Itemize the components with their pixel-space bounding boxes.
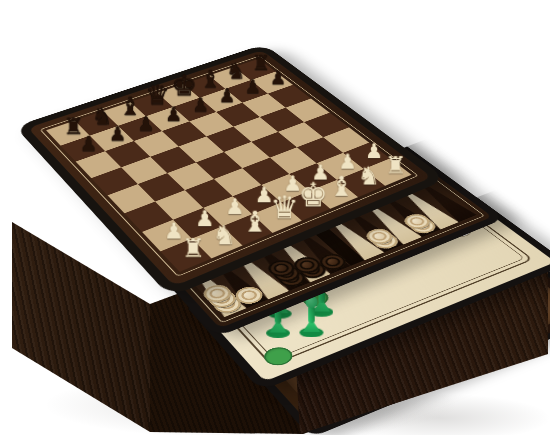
chess-square	[189, 112, 233, 136]
chess-piece-black-b: ♝	[118, 94, 140, 119]
chess-square	[234, 59, 275, 80]
chess-square	[251, 132, 297, 158]
peg-phead	[375, 157, 385, 167]
chess-square	[179, 136, 224, 162]
chess-square	[118, 116, 162, 141]
chess-square	[150, 146, 196, 173]
chess-piece-black-k: ♚	[171, 71, 197, 100]
chess-square	[192, 226, 242, 258]
chess-square	[337, 169, 385, 197]
peg-pskirt	[379, 168, 394, 179]
chess-square	[268, 85, 311, 108]
chess-square	[91, 167, 137, 195]
backgammon-point	[273, 152, 337, 197]
chess-square	[251, 72, 293, 94]
chess-piece-black-p: ♟	[269, 69, 286, 87]
die-top-face	[320, 217, 353, 225]
doubling-cube: 2 32	[333, 209, 354, 230]
ludo-peg-red	[369, 157, 389, 192]
chess-square	[297, 137, 343, 163]
chess-piece-white-n: ♞	[212, 222, 236, 249]
chess-square	[203, 196, 252, 226]
chess-piece-white-b: ♝	[241, 207, 267, 236]
backgammon-point	[185, 182, 248, 231]
backgammon-checker	[292, 146, 323, 163]
peg-phead	[427, 155, 437, 165]
chess-square	[233, 117, 278, 142]
chess-square	[225, 80, 267, 103]
chess-piece-white-p: ♟	[163, 220, 183, 242]
peg-pstem	[406, 161, 412, 177]
chess-piece-white-k: ♚	[298, 179, 328, 212]
chess-square	[199, 89, 242, 112]
chess-piece-black-p: ♟	[164, 105, 181, 124]
backgammon-point	[223, 169, 287, 216]
backgammon-point	[344, 128, 409, 170]
chess-square	[364, 158, 412, 185]
chess-square	[242, 94, 285, 117]
peg-pstem	[377, 164, 383, 180]
chess-square	[304, 113, 349, 138]
chess-piece-black-p: ♟	[244, 77, 261, 96]
chess-square	[103, 102, 146, 126]
chess-square	[222, 214, 272, 245]
chess-piece-white-n: ♞	[357, 164, 379, 189]
chess-piece-black-r: ♜	[63, 116, 83, 139]
backgammon-point	[326, 134, 391, 177]
chess-square	[162, 121, 206, 146]
chess-piece-black-p: ♟	[108, 124, 126, 144]
chess-square	[286, 99, 330, 123]
chess-square	[130, 93, 173, 116]
chess-piece-black-r: ♜	[251, 53, 270, 74]
chess-square	[270, 147, 317, 174]
chess-square	[233, 185, 281, 214]
chess-piece-black-n: ♞	[91, 105, 112, 128]
chess-square	[343, 143, 390, 169]
chess-square	[185, 179, 233, 208]
backgammon-point	[291, 146, 355, 190]
backgammon-point	[145, 195, 207, 245]
ludo-peg-red	[398, 154, 418, 189]
chess-square	[125, 202, 174, 232]
die-pip	[326, 228, 330, 232]
chess-square	[75, 111, 118, 135]
chess-piece-black-p: ♟	[218, 86, 235, 105]
chess-piece-white-r: ♜	[181, 236, 204, 262]
die-top-pip	[330, 218, 335, 221]
chess-square	[61, 136, 106, 162]
chess-square	[76, 151, 121, 178]
die-pip	[338, 228, 342, 232]
chess-square	[146, 107, 189, 131]
peg-pskirt	[401, 173, 416, 184]
peg-pstem	[383, 156, 388, 171]
peg-phead	[403, 154, 413, 164]
backgammon-checker	[296, 150, 327, 167]
chess-square	[173, 208, 222, 239]
chess-square	[209, 67, 251, 89]
backgammon-point	[255, 158, 319, 204]
chess-square	[309, 180, 358, 209]
chess-piece-white-p: ♟	[254, 184, 273, 205]
chess-square	[138, 173, 185, 201]
chess-square	[214, 168, 261, 196]
chess-piece-white-r: ♜	[384, 154, 405, 178]
peg-pstem	[429, 163, 435, 179]
chess-square	[108, 184, 156, 213]
chess-piece-white-b: ♝	[329, 173, 354, 200]
chess-square	[289, 163, 337, 191]
chess-square	[278, 122, 323, 147]
chess-piece-black-p: ♟	[137, 114, 155, 134]
product-photo-stage: 2 32 ⇆ ♜♞♝♛♚♝♞♜♟♟♟♟♟♟♟♟♟♟♟♟♟♟♟♟♜♞♝♛♚♝♞♜	[0, 0, 550, 435]
chess-square	[142, 220, 192, 252]
backgammon-point	[204, 175, 267, 223]
peg-pbase	[398, 181, 418, 189]
ludo-peg-red	[376, 149, 396, 184]
peg-pskirt	[425, 175, 440, 186]
backgammon-point-row	[255, 128, 409, 204]
peg-pbase	[422, 182, 442, 190]
backgammon-point	[165, 188, 228, 238]
chess-piece-white-p: ♟	[364, 141, 382, 161]
chess-square	[173, 98, 216, 122]
chess-square	[160, 239, 211, 272]
chess-square	[157, 84, 199, 107]
chess-piece-white-p: ♟	[225, 196, 244, 218]
chess-square	[134, 131, 179, 157]
chess-square	[281, 191, 330, 221]
peg-pskirt	[372, 176, 387, 187]
chess-piece-white-q: ♛	[270, 192, 298, 223]
peg-pbase	[376, 175, 396, 183]
chess-square	[46, 121, 90, 146]
chess-square	[206, 127, 251, 152]
chess-piece-black-n: ♞	[226, 60, 246, 82]
die-top-pip	[339, 221, 344, 224]
chess-square	[196, 152, 242, 179]
chess-piece-white-p: ♟	[311, 162, 330, 183]
chess-piece-black-b: ♝	[199, 67, 221, 91]
chess-square	[261, 174, 309, 202]
ludo-circle-green	[256, 233, 290, 252]
backgammon-point	[309, 140, 374, 184]
doubling-cube-top-face: 2	[332, 202, 362, 210]
chess-square	[155, 190, 203, 220]
chess-square	[317, 153, 364, 180]
chess-square	[224, 142, 270, 168]
chess-piece-white-p: ♟	[338, 151, 356, 171]
chess-square	[242, 158, 289, 185]
peg-phead	[381, 149, 391, 159]
chess-square	[90, 126, 134, 151]
ludo-peg-red	[422, 155, 442, 190]
chess-piece-white-p: ♟	[194, 208, 214, 230]
chess-square	[121, 157, 167, 184]
chess-piece-black-p: ♟	[192, 95, 209, 114]
doubling-cube-front-face: 32	[337, 214, 350, 225]
chess-piece-black-q: ♛	[145, 82, 170, 110]
peg-pbase	[369, 184, 389, 192]
chess-square	[260, 108, 304, 132]
chess-square	[183, 76, 225, 98]
chess-piece-black-p: ♟	[79, 134, 97, 154]
chess-square	[252, 202, 302, 232]
backgammon-point-row	[125, 169, 287, 254]
chess-square	[167, 162, 214, 190]
chess-square	[105, 141, 150, 167]
backgammon-point	[125, 202, 187, 253]
chess-piece-white-p: ♟	[283, 173, 302, 194]
chess-square	[323, 127, 369, 152]
chess-square	[216, 103, 260, 127]
